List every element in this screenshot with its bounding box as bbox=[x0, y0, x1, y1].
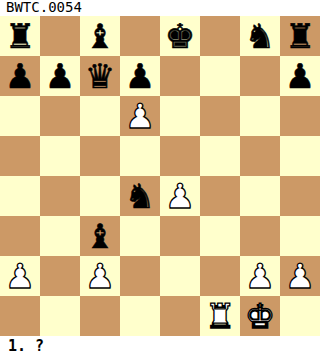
black-rook-piece: ♜ bbox=[285, 16, 315, 56]
square-e5[interactable] bbox=[160, 136, 200, 176]
black-king-piece: ♚ bbox=[165, 16, 195, 56]
white-rook-piece: ♜ bbox=[205, 296, 235, 336]
square-f1[interactable]: ♜ bbox=[200, 296, 240, 336]
square-h1[interactable] bbox=[280, 296, 320, 336]
move-prompt: 1. ? bbox=[0, 336, 320, 360]
chess-board: ♜♝♚♞♜♟♟♛♟♟♟♞♟♝♟♟♟♟♜♚ bbox=[0, 16, 320, 336]
square-h5[interactable] bbox=[280, 136, 320, 176]
black-bishop-piece: ♝ bbox=[85, 16, 115, 56]
square-b3[interactable] bbox=[40, 216, 80, 256]
black-rook-piece: ♜ bbox=[5, 16, 35, 56]
square-d6[interactable]: ♟ bbox=[120, 96, 160, 136]
square-b4[interactable] bbox=[40, 176, 80, 216]
black-bishop-piece: ♝ bbox=[85, 216, 115, 256]
square-h4[interactable] bbox=[280, 176, 320, 216]
square-e8[interactable]: ♚ bbox=[160, 16, 200, 56]
white-pawn-piece: ♟ bbox=[125, 96, 155, 136]
square-c4[interactable] bbox=[80, 176, 120, 216]
square-e7[interactable] bbox=[160, 56, 200, 96]
white-pawn-piece: ♟ bbox=[85, 256, 115, 296]
square-a1[interactable] bbox=[0, 296, 40, 336]
black-pawn-piece: ♟ bbox=[45, 56, 75, 96]
black-pawn-piece: ♟ bbox=[5, 56, 35, 96]
white-king-piece: ♚ bbox=[245, 296, 275, 336]
square-e2[interactable] bbox=[160, 256, 200, 296]
square-d1[interactable] bbox=[120, 296, 160, 336]
black-pawn-piece: ♟ bbox=[285, 56, 315, 96]
square-d5[interactable] bbox=[120, 136, 160, 176]
black-pawn-piece: ♟ bbox=[125, 56, 155, 96]
square-g2[interactable]: ♟ bbox=[240, 256, 280, 296]
square-g8[interactable]: ♞ bbox=[240, 16, 280, 56]
square-a7[interactable]: ♟ bbox=[0, 56, 40, 96]
square-e6[interactable] bbox=[160, 96, 200, 136]
black-queen-piece: ♛ bbox=[85, 56, 115, 96]
square-f2[interactable] bbox=[200, 256, 240, 296]
square-g6[interactable] bbox=[240, 96, 280, 136]
square-f7[interactable] bbox=[200, 56, 240, 96]
square-g3[interactable] bbox=[240, 216, 280, 256]
square-d7[interactable]: ♟ bbox=[120, 56, 160, 96]
square-h2[interactable]: ♟ bbox=[280, 256, 320, 296]
square-g7[interactable] bbox=[240, 56, 280, 96]
square-b1[interactable] bbox=[40, 296, 80, 336]
black-knight-piece: ♞ bbox=[245, 16, 275, 56]
square-f6[interactable] bbox=[200, 96, 240, 136]
square-a3[interactable] bbox=[0, 216, 40, 256]
square-d3[interactable] bbox=[120, 216, 160, 256]
square-f8[interactable] bbox=[200, 16, 240, 56]
square-b6[interactable] bbox=[40, 96, 80, 136]
square-g4[interactable] bbox=[240, 176, 280, 216]
square-f5[interactable] bbox=[200, 136, 240, 176]
square-e4[interactable]: ♟ bbox=[160, 176, 200, 216]
square-d2[interactable] bbox=[120, 256, 160, 296]
square-c3[interactable]: ♝ bbox=[80, 216, 120, 256]
square-c2[interactable]: ♟ bbox=[80, 256, 120, 296]
white-pawn-piece: ♟ bbox=[285, 256, 315, 296]
square-c8[interactable]: ♝ bbox=[80, 16, 120, 56]
square-e3[interactable] bbox=[160, 216, 200, 256]
square-e1[interactable] bbox=[160, 296, 200, 336]
square-f4[interactable] bbox=[200, 176, 240, 216]
square-c6[interactable] bbox=[80, 96, 120, 136]
square-b7[interactable]: ♟ bbox=[40, 56, 80, 96]
square-h6[interactable] bbox=[280, 96, 320, 136]
black-knight-piece: ♞ bbox=[125, 176, 155, 216]
square-a6[interactable] bbox=[0, 96, 40, 136]
square-a8[interactable]: ♜ bbox=[0, 16, 40, 56]
square-f3[interactable] bbox=[200, 216, 240, 256]
square-c5[interactable] bbox=[80, 136, 120, 176]
square-d8[interactable] bbox=[120, 16, 160, 56]
white-pawn-piece: ♟ bbox=[5, 256, 35, 296]
square-b8[interactable] bbox=[40, 16, 80, 56]
square-d4[interactable]: ♞ bbox=[120, 176, 160, 216]
puzzle-title: BWTC.0054 bbox=[0, 0, 320, 16]
square-g1[interactable]: ♚ bbox=[240, 296, 280, 336]
square-a2[interactable]: ♟ bbox=[0, 256, 40, 296]
square-a4[interactable] bbox=[0, 176, 40, 216]
square-g5[interactable] bbox=[240, 136, 280, 176]
white-pawn-piece: ♟ bbox=[245, 256, 275, 296]
square-h3[interactable] bbox=[280, 216, 320, 256]
square-c7[interactable]: ♛ bbox=[80, 56, 120, 96]
square-h7[interactable]: ♟ bbox=[280, 56, 320, 96]
square-b5[interactable] bbox=[40, 136, 80, 176]
square-h8[interactable]: ♜ bbox=[280, 16, 320, 56]
white-pawn-piece: ♟ bbox=[165, 176, 195, 216]
square-b2[interactable] bbox=[40, 256, 80, 296]
square-a5[interactable] bbox=[0, 136, 40, 176]
square-c1[interactable] bbox=[80, 296, 120, 336]
